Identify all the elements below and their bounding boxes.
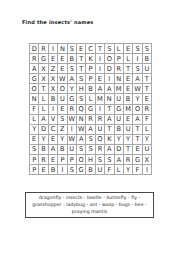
grid-cell: B	[86, 84, 95, 94]
grid-cell: P	[86, 64, 95, 74]
grid-cell: G	[68, 94, 77, 104]
grid-cell: C	[86, 44, 95, 54]
grid-cell: U	[143, 145, 152, 155]
grid-cell: O	[77, 155, 86, 165]
grid-cell: W	[68, 115, 77, 125]
grid-cell: U	[68, 145, 77, 155]
grid-cell: M	[124, 105, 133, 115]
grid-cell: A	[105, 145, 114, 155]
grid-cell: L	[115, 165, 124, 175]
grid-cell: A	[96, 84, 105, 94]
grid-cell: W	[68, 135, 77, 145]
grid-cell: T	[124, 64, 133, 74]
grid-cell: E	[143, 94, 152, 104]
grid-cell: E	[96, 74, 105, 84]
grid-cell: B	[39, 145, 48, 155]
grid-cell: I	[96, 64, 105, 74]
grid-cell: S	[143, 44, 152, 54]
grid-cell: K	[86, 54, 95, 64]
grid-cell: V	[49, 115, 58, 125]
grid-cell: H	[77, 84, 86, 94]
grid-cell: F	[30, 105, 39, 115]
grid-cell: A	[39, 115, 48, 125]
grid-cell: O	[105, 54, 114, 64]
grid-cell: G	[115, 105, 124, 115]
grid-cell: Y	[39, 135, 48, 145]
grid-cell: F	[133, 165, 142, 175]
grid-cell: P	[68, 155, 77, 165]
grid-cell: E	[124, 84, 133, 94]
grid-cell: D	[30, 44, 39, 54]
grid-cell: I	[96, 54, 105, 64]
grid-cell: B	[49, 165, 58, 175]
grid-cell: Y	[143, 135, 152, 145]
grid-cell: T	[77, 64, 86, 74]
grid-cell: I	[49, 105, 58, 115]
page-title: Find the insects' names	[22, 19, 93, 25]
grid-cell: S	[105, 44, 114, 54]
grid-cell: N	[77, 115, 86, 125]
grid-cell: E	[124, 74, 133, 84]
grid-cell: G	[30, 74, 39, 84]
grid-cell: T	[143, 84, 152, 94]
grid-cell: T	[133, 135, 142, 145]
grid-cell: Z	[58, 125, 67, 135]
grid-cell: U	[115, 115, 124, 125]
grid-cell: P	[30, 165, 39, 175]
grid-cell: I	[68, 125, 77, 135]
grid-cell: R	[30, 54, 39, 64]
grid-cell: S	[68, 64, 77, 74]
grid-cell: T	[96, 44, 105, 54]
grid-cell: A	[30, 64, 39, 74]
grid-cell: O	[133, 105, 142, 115]
grid-cell: N	[30, 94, 39, 104]
grid-cell: N	[105, 94, 114, 104]
grid-cell: A	[68, 74, 77, 84]
grid-cell: S	[133, 44, 142, 54]
grid-cell: R	[96, 115, 105, 125]
grid-cell: R	[39, 155, 48, 165]
grid-cell: I	[143, 165, 152, 175]
grid-cell: Z	[49, 64, 58, 74]
grid-cell: A	[49, 145, 58, 155]
grid-cell: U	[58, 94, 67, 104]
grid-cell: S	[68, 44, 77, 54]
grid-cell: E	[133, 145, 142, 155]
grid-cell: M	[96, 94, 105, 104]
grid-cell: S	[86, 145, 95, 155]
grid-cell: U	[96, 125, 105, 135]
grid-cell: L	[124, 54, 133, 64]
grid-cell: B	[115, 125, 124, 135]
grid-cell: S	[105, 155, 114, 165]
word-bank-line-1: dragonfly - insects - beetle - butterfly…	[28, 195, 151, 202]
grid-cell: L	[115, 44, 124, 54]
grid-cell: Y	[115, 135, 124, 145]
grid-cell: L	[39, 94, 48, 104]
grid-cell: Y	[68, 84, 77, 94]
grid-cell: E	[58, 105, 67, 115]
grid-cell: R	[86, 115, 95, 125]
grid-cell: T	[77, 54, 86, 64]
grid-cell: Y	[58, 135, 67, 145]
grid-cell: T	[105, 125, 114, 135]
grid-cell: R	[68, 105, 77, 115]
grid-cell: T	[124, 145, 133, 155]
grid-cell: L	[86, 94, 95, 104]
grid-cell: L	[30, 115, 39, 125]
grid-cell: E	[49, 155, 58, 165]
grid-cell: P	[86, 74, 95, 84]
grid-cell: H	[86, 155, 95, 165]
grid-cell: X	[49, 84, 58, 94]
grid-cell: W	[133, 84, 142, 94]
grid-cell: Y	[124, 165, 133, 175]
grid-cell: P	[30, 155, 39, 165]
grid-cell: S	[58, 115, 67, 125]
grid-cell: L	[39, 105, 48, 115]
grid-cell: A	[105, 84, 114, 94]
grid-cell: O	[58, 84, 67, 94]
grid-cell: E	[58, 54, 67, 64]
grid-cell: P	[58, 155, 67, 165]
grid-cell: R	[143, 105, 152, 115]
grid-cell: E	[49, 135, 58, 145]
grid-cell: A	[133, 115, 142, 125]
grid-cell: I	[105, 74, 114, 84]
grid-cell: S	[77, 74, 86, 84]
grid-cell: I	[49, 44, 58, 54]
grid-cell: L	[143, 125, 152, 135]
grid-cell: E	[49, 54, 58, 64]
grid-cell: A	[115, 155, 124, 165]
grid-cell: Y	[124, 135, 133, 145]
grid-cell: D	[39, 125, 48, 135]
grid-cell: U	[143, 64, 152, 74]
grid-cell: E	[39, 165, 48, 175]
word-bank-line-2: grasshopper - ladybug - ant - wasp - bug…	[28, 202, 151, 209]
grid-cell: W	[77, 125, 86, 135]
grid-cell: X	[39, 74, 48, 84]
grid-cell: T	[105, 105, 114, 115]
grid-cell: B	[143, 54, 152, 64]
grid-cell: T	[133, 125, 142, 135]
grid-cell: G	[77, 165, 86, 175]
grid-cell: N	[115, 74, 124, 84]
grid-cell: P	[115, 54, 124, 64]
grid-cell: N	[58, 44, 67, 54]
grid-cell: U	[115, 94, 124, 104]
word-bank: dragonfly - insects - beetle - butterfly…	[25, 192, 154, 218]
grid-cell: Y	[30, 125, 39, 135]
grid-cell: U	[124, 125, 133, 135]
grid-cell: S	[86, 135, 95, 145]
grid-cell: X	[39, 64, 48, 74]
grid-cell: C	[49, 125, 58, 135]
grid-cell: G	[86, 105, 95, 115]
grid-cell: F	[143, 115, 152, 125]
grid-cell: S	[77, 145, 86, 155]
grid-cell: E	[77, 44, 86, 54]
grid-cell: S	[68, 165, 77, 175]
grid-cell: Q	[77, 105, 86, 115]
grid-cell: A	[105, 115, 114, 125]
grid-cell: T	[143, 74, 152, 84]
grid-cell: B	[86, 165, 95, 175]
grid-cell: G	[39, 54, 48, 64]
grid-cell: S	[77, 94, 86, 104]
grid-cell: R	[115, 64, 124, 74]
grid-cell: B	[49, 94, 58, 104]
grid-cell: Y	[133, 94, 142, 104]
grid-cell: X	[143, 155, 152, 165]
grid-cell: E	[124, 115, 133, 125]
grid-cell: B	[124, 94, 133, 104]
grid-cell: Q	[96, 135, 105, 145]
grid-cell: R	[39, 44, 48, 54]
grid-cell: A	[86, 125, 95, 135]
grid-cell: A	[77, 135, 86, 145]
grid-cell: T	[39, 84, 48, 94]
grid-cell: D	[105, 64, 114, 74]
grid-cell: D	[115, 145, 124, 155]
grid-cell: S	[133, 64, 142, 74]
grid-cell: I	[58, 165, 67, 175]
grid-cell: R	[124, 155, 133, 165]
grid-cell: O	[30, 84, 39, 94]
grid-cell: A	[133, 74, 142, 84]
grid-cell: E	[58, 64, 67, 74]
grid-cell: M	[115, 84, 124, 94]
grid-cell: I	[133, 54, 142, 64]
grid-cell: F	[105, 165, 114, 175]
grid-cell: U	[96, 165, 105, 175]
word-bank-line-3: praying mantis	[28, 209, 151, 216]
grid-cell: S	[96, 155, 105, 165]
grid-cell: E	[30, 135, 39, 145]
grid-cell: G	[133, 155, 142, 165]
grid-cell: I	[96, 105, 105, 115]
grid-cell: W	[58, 74, 67, 84]
grid-cell: B	[58, 145, 67, 155]
grid-cell: K	[105, 135, 114, 145]
grid-cell: E	[124, 44, 133, 54]
word-search-grid: DRINSECTSLESSRGEEBTKIOPLIBAXZESTPIDRTSUG…	[29, 43, 152, 175]
worksheet-page: Find the insects' names DRINSECTSLESSRGE…	[0, 0, 180, 256]
grid-cell: B	[68, 54, 77, 64]
grid-cell: S	[30, 145, 39, 155]
grid-cell: X	[49, 74, 58, 84]
grid-cell: R	[96, 145, 105, 155]
